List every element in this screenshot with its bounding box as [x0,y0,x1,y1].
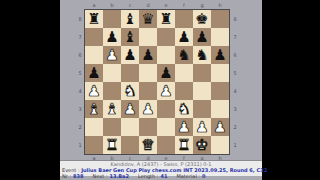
square-f6[interactable]: ♞ [175,46,193,64]
square-e8[interactable]: ♜ [157,10,175,28]
rank-label-8: 8 [77,10,83,28]
black-pawn-piece[interactable]: ♟ [87,64,100,82]
white-pawn-piece[interactable]: ♟ [87,82,100,100]
square-e3[interactable] [157,100,175,118]
white-pawn-piece[interactable]: ♟ [159,82,172,100]
black-queen-piece[interactable]: ♛ [141,10,154,28]
black-pawn-piece[interactable]: ♟ [141,46,154,64]
white-rook-piece[interactable]: ♜ [177,136,190,154]
white-knight-piece[interactable]: ♞ [123,82,136,100]
rank-label-4: 4 [77,82,83,100]
square-a3[interactable]: ♝ [85,100,103,118]
stat-value: 13.Ba2 [109,174,129,179]
black-rook-piece[interactable]: ♜ [159,10,172,28]
square-e6[interactable] [157,46,175,64]
stat-length: Length :41 [138,174,168,179]
square-h2[interactable]: ♟ [211,118,229,136]
square-d6[interactable]: ♟ [139,46,157,64]
white-bishop-piece[interactable]: ♝ [105,100,118,118]
square-a1[interactable] [85,136,103,154]
square-h4[interactable] [211,82,229,100]
square-d5[interactable] [139,64,157,82]
square-b7[interactable]: ♟ [103,28,121,46]
file-label-a: a [85,2,103,8]
square-d3[interactable]: ♟ [139,100,157,118]
square-h6[interactable]: ♟ [211,46,229,64]
chessboard-panel: abcdefgh abcdefgh 87654321 87654321 ♜♝♛♜… [60,0,262,180]
stat-label: Material : [176,174,200,179]
white-pawn-piece[interactable]: ♟ [141,100,154,118]
rank-label-7: 7 [232,28,238,46]
stat-label: Nr : [62,174,71,179]
square-e5[interactable]: ♟ [157,64,175,82]
square-e7[interactable] [157,28,175,46]
file-label-g: g [193,2,211,8]
square-c7[interactable]: ♝ [121,28,139,46]
video-frame: abcdefgh abcdefgh 87654321 87654321 ♜♝♛♜… [0,0,320,180]
stat-label: Length : [138,174,159,179]
file-label-d: d [139,2,157,8]
square-f5[interactable] [175,64,193,82]
game-info-panel: Kandidov, A (2437) - Swiss, P (2311) 0-1… [60,160,262,176]
stat-label: Next : [93,174,108,179]
square-a6[interactable] [85,46,103,64]
rank-labels-right: 87654321 [232,10,238,154]
rank-label-2: 2 [232,118,238,136]
square-f3[interactable]: ♞ [175,100,193,118]
black-pawn-piece[interactable]: ♟ [123,46,136,64]
square-a4[interactable]: ♟ [85,82,103,100]
black-pawn-piece[interactable]: ♟ [213,46,226,64]
black-bishop-piece[interactable]: ♝ [123,28,136,46]
rank-label-5: 5 [77,64,83,82]
square-b6[interactable]: ♟ [103,46,121,64]
square-d4[interactable] [139,82,157,100]
black-knight-piece[interactable]: ♞ [195,46,208,64]
rank-label-3: 3 [77,100,83,118]
square-c4[interactable]: ♞ [121,82,139,100]
square-c3[interactable]: ♟ [121,100,139,118]
white-pawn-piece[interactable]: ♟ [105,46,118,64]
white-queen-piece[interactable]: ♛ [141,136,154,154]
file-label-e: e [157,2,175,8]
file-label-c: c [121,2,139,8]
rank-label-2: 2 [77,118,83,136]
square-b3[interactable]: ♝ [103,100,121,118]
stats-line: Nr :838Next :13.Ba2Length :41Material :0 [62,174,262,179]
square-b8[interactable] [103,10,121,28]
square-d8[interactable]: ♛ [139,10,157,28]
rank-labels-left: 87654321 [77,10,83,154]
square-c8[interactable]: ♝ [121,10,139,28]
square-b1[interactable]: ♜ [103,136,121,154]
file-label-b: b [103,2,121,8]
white-king-piece[interactable]: ♚ [195,136,208,154]
square-h3[interactable] [211,100,229,118]
square-f4[interactable] [175,82,193,100]
square-d7[interactable] [139,28,157,46]
black-king-piece[interactable]: ♚ [195,10,208,28]
white-pawn-piece[interactable]: ♟ [123,100,136,118]
chess-board: ♜♝♛♜♚♟♝♟♟♟♟♟♞♞♟♟♟♟♞♟♝♝♟♟♞♟♟♟♜♛♜♚ [85,10,229,154]
rank-label-6: 6 [77,46,83,64]
square-c1[interactable] [121,136,139,154]
rank-label-4: 4 [232,82,238,100]
rank-label-8: 8 [232,10,238,28]
square-a8[interactable]: ♜ [85,10,103,28]
stat-next: Next :13.Ba2 [93,174,129,179]
square-h1[interactable] [211,136,229,154]
black-knight-piece[interactable]: ♞ [177,46,190,64]
file-label-h: h [211,2,229,8]
stat-value: 0 [202,174,205,179]
stat-value: 838 [73,174,83,179]
black-pawn-piece[interactable]: ♟ [195,28,208,46]
square-g1[interactable]: ♚ [193,136,211,154]
square-c6[interactable]: ♟ [121,46,139,64]
square-b5[interactable] [103,64,121,82]
square-d1[interactable]: ♛ [139,136,157,154]
square-f2[interactable]: ♟ [175,118,193,136]
black-rook-piece[interactable]: ♜ [87,10,100,28]
square-d2[interactable] [139,118,157,136]
white-knight-piece[interactable]: ♞ [177,100,190,118]
square-f8[interactable] [175,10,193,28]
square-f1[interactable]: ♜ [175,136,193,154]
square-f7[interactable]: ♟ [175,28,193,46]
rank-label-6: 6 [232,46,238,64]
square-a5[interactable]: ♟ [85,64,103,82]
left-black-bar [0,0,60,180]
black-pawn-piece[interactable]: ♟ [159,64,172,82]
square-h5[interactable] [211,64,229,82]
black-pawn-piece[interactable]: ♟ [177,28,190,46]
white-rook-piece[interactable]: ♜ [105,136,118,154]
white-pawn-piece[interactable]: ♟ [177,118,190,136]
stat-nr: Nr :838 [62,174,84,179]
square-g2[interactable]: ♟ [193,118,211,136]
square-g3[interactable] [193,100,211,118]
square-h8[interactable] [211,10,229,28]
rank-label-3: 3 [232,100,238,118]
square-a2[interactable] [85,118,103,136]
rank-label-7: 7 [77,28,83,46]
square-b2[interactable] [103,118,121,136]
square-b4[interactable] [103,82,121,100]
right-black-bar [262,0,320,180]
square-e4[interactable]: ♟ [157,82,175,100]
square-e1[interactable] [157,136,175,154]
stat-value: 41 [161,174,168,179]
black-pawn-piece[interactable]: ♟ [105,28,118,46]
square-g4[interactable] [193,82,211,100]
square-g8[interactable]: ♚ [193,10,211,28]
square-a7[interactable] [85,28,103,46]
black-bishop-piece[interactable]: ♝ [123,10,136,28]
white-pawn-piece[interactable]: ♟ [213,118,226,136]
stat-material: Material :0 [176,174,205,179]
square-g6[interactable]: ♞ [193,46,211,64]
square-g7[interactable]: ♟ [193,28,211,46]
file-label-f: f [175,2,193,8]
rank-label-5: 5 [232,64,238,82]
rank-label-1: 1 [77,136,83,154]
white-pawn-piece[interactable]: ♟ [195,118,208,136]
file-labels-top: abcdefgh [85,2,229,8]
white-bishop-piece[interactable]: ♝ [87,100,100,118]
square-c2[interactable] [121,118,139,136]
square-h7[interactable] [211,28,229,46]
square-e2[interactable] [157,118,175,136]
square-g5[interactable] [193,64,211,82]
square-c5[interactable] [121,64,139,82]
rank-label-1: 1 [232,136,238,154]
